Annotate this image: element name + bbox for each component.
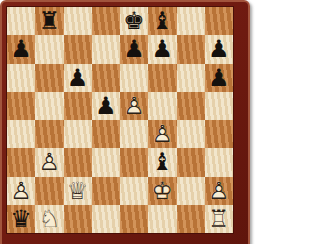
square-b7[interactable] — [35, 35, 63, 63]
white-king-glyph: ♔ — [148, 177, 176, 205]
piece-white-pawn: ♟♙ — [120, 92, 148, 120]
square-a6[interactable] — [7, 64, 35, 92]
square-e3[interactable] — [120, 148, 148, 176]
square-b6[interactable] — [35, 64, 63, 92]
square-a5[interactable] — [7, 92, 35, 120]
square-c8[interactable] — [64, 7, 92, 35]
piece-black-queen: ♛ — [7, 205, 35, 233]
square-c2[interactable]: ♛♕ — [64, 177, 92, 205]
square-d5[interactable]: ♟ — [92, 92, 120, 120]
square-g8[interactable] — [177, 7, 205, 35]
square-h2[interactable]: ♟♙ — [205, 177, 233, 205]
square-f7[interactable]: ♟ — [148, 35, 176, 63]
piece-black-bishop: ♝ — [148, 148, 176, 176]
square-c6[interactable]: ♟ — [64, 64, 92, 92]
square-a1[interactable]: ♛ — [7, 205, 35, 233]
piece-black-pawn: ♟ — [7, 35, 35, 63]
square-h6[interactable]: ♟ — [205, 64, 233, 92]
square-b2[interactable] — [35, 177, 63, 205]
piece-white-pawn: ♟♙ — [7, 177, 35, 205]
piece-white-pawn: ♟♙ — [148, 120, 176, 148]
piece-black-pawn: ♟ — [92, 92, 120, 120]
square-h8[interactable] — [205, 7, 233, 35]
piece-white-pawn: ♟♙ — [35, 148, 63, 176]
white-pawn-glyph: ♙ — [120, 92, 148, 120]
piece-black-king: ♚ — [120, 7, 148, 35]
square-e4[interactable] — [120, 120, 148, 148]
square-f6[interactable] — [148, 64, 176, 92]
piece-white-pawn: ♟♙ — [205, 177, 233, 205]
white-pawn-glyph: ♙ — [35, 148, 63, 176]
square-e1[interactable] — [120, 205, 148, 233]
white-pawn-glyph: ♙ — [148, 120, 176, 148]
square-h1[interactable]: ♜♖ — [205, 205, 233, 233]
square-a3[interactable] — [7, 148, 35, 176]
square-d6[interactable] — [92, 64, 120, 92]
square-g7[interactable] — [177, 35, 205, 63]
square-g4[interactable] — [177, 120, 205, 148]
square-c4[interactable] — [64, 120, 92, 148]
piece-white-knight: ♞♘ — [35, 205, 63, 233]
square-h5[interactable] — [205, 92, 233, 120]
piece-black-pawn: ♟ — [148, 35, 176, 63]
square-h7[interactable]: ♟ — [205, 35, 233, 63]
square-c5[interactable] — [64, 92, 92, 120]
square-c1[interactable] — [64, 205, 92, 233]
square-g2[interactable] — [177, 177, 205, 205]
square-a7[interactable]: ♟ — [7, 35, 35, 63]
square-f4[interactable]: ♟♙ — [148, 120, 176, 148]
piece-black-rook: ♜ — [35, 7, 63, 35]
piece-white-rook: ♜♖ — [205, 205, 233, 233]
square-b5[interactable] — [35, 92, 63, 120]
square-e6[interactable] — [120, 64, 148, 92]
piece-black-pawn: ♟ — [205, 64, 233, 92]
square-g5[interactable] — [177, 92, 205, 120]
piece-black-pawn: ♟ — [120, 35, 148, 63]
square-b8[interactable]: ♜ — [35, 7, 63, 35]
square-a8[interactable] — [7, 7, 35, 35]
piece-black-pawn: ♟ — [64, 64, 92, 92]
square-e7[interactable]: ♟ — [120, 35, 148, 63]
square-a2[interactable]: ♟♙ — [7, 177, 35, 205]
square-f3[interactable]: ♝ — [148, 148, 176, 176]
square-e5[interactable]: ♟♙ — [120, 92, 148, 120]
square-d7[interactable] — [92, 35, 120, 63]
square-a4[interactable] — [7, 120, 35, 148]
square-d8[interactable] — [92, 7, 120, 35]
square-d3[interactable] — [92, 148, 120, 176]
square-f5[interactable] — [148, 92, 176, 120]
square-g1[interactable] — [177, 205, 205, 233]
square-d2[interactable] — [92, 177, 120, 205]
white-pawn-glyph: ♙ — [205, 177, 233, 205]
square-g6[interactable] — [177, 64, 205, 92]
square-b3[interactable]: ♟♙ — [35, 148, 63, 176]
white-rook-glyph: ♖ — [205, 205, 233, 233]
white-pawn-glyph: ♙ — [7, 177, 35, 205]
square-c3[interactable] — [64, 148, 92, 176]
square-f1[interactable] — [148, 205, 176, 233]
square-b1[interactable]: ♞♘ — [35, 205, 63, 233]
white-knight-glyph: ♘ — [35, 205, 63, 233]
square-f2[interactable]: ♚♔ — [148, 177, 176, 205]
square-h4[interactable] — [205, 120, 233, 148]
white-queen-glyph: ♕ — [64, 177, 92, 205]
square-f8[interactable]: ♝ — [148, 7, 176, 35]
square-e8[interactable]: ♚ — [120, 7, 148, 35]
square-b4[interactable] — [35, 120, 63, 148]
square-e2[interactable] — [120, 177, 148, 205]
square-d4[interactable] — [92, 120, 120, 148]
square-g3[interactable] — [177, 148, 205, 176]
piece-black-bishop: ♝ — [148, 7, 176, 35]
square-h3[interactable] — [205, 148, 233, 176]
chess-board: ♜♚♝♟♟♟♟♟♟♟♟♙♟♙♟♙♝♟♙♛♕♚♔♟♙♛♞♘♜♖ — [7, 7, 233, 233]
piece-white-king: ♚♔ — [148, 177, 176, 205]
piece-black-pawn: ♟ — [205, 35, 233, 63]
square-d1[interactable] — [92, 205, 120, 233]
chess-board-frame: ♜♚♝♟♟♟♟♟♟♟♟♙♟♙♟♙♝♟♙♛♕♚♔♟♙♛♞♘♜♖ — [0, 0, 244, 244]
piece-white-queen: ♛♕ — [64, 177, 92, 205]
square-c7[interactable] — [64, 35, 92, 63]
